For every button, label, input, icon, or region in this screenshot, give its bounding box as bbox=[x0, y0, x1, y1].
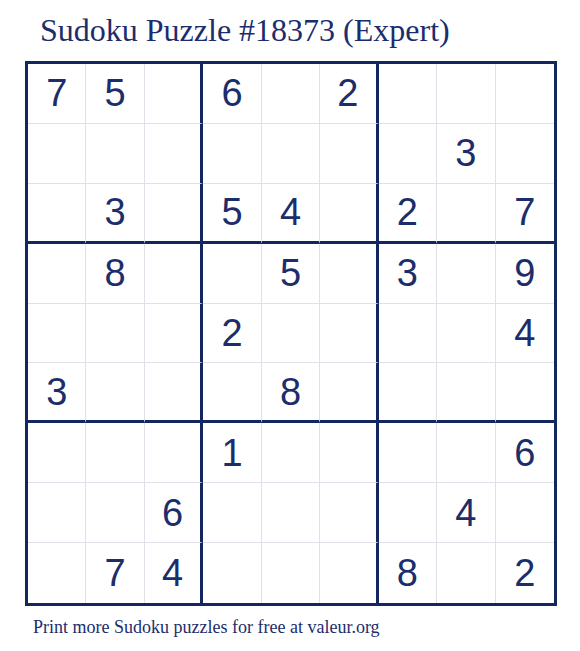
cell-r5c3[interactable] bbox=[145, 304, 203, 364]
cell-r6c7[interactable] bbox=[379, 363, 437, 423]
cell-r5c8[interactable] bbox=[437, 304, 495, 364]
cell-r9c7[interactable]: 8 bbox=[379, 543, 437, 603]
cell-r3c7[interactable]: 2 bbox=[379, 184, 437, 244]
cell-r5c4[interactable]: 2 bbox=[203, 304, 261, 364]
cell-r3c8[interactable] bbox=[437, 184, 495, 244]
cell-r4c1[interactable] bbox=[28, 244, 86, 304]
cell-r3c2[interactable]: 3 bbox=[86, 184, 144, 244]
cell-r5c6[interactable] bbox=[320, 304, 378, 364]
cell-r1c7[interactable] bbox=[379, 64, 437, 124]
cell-r2c4[interactable] bbox=[203, 124, 261, 184]
cell-r8c5[interactable] bbox=[262, 483, 320, 543]
cell-r4c9[interactable]: 9 bbox=[496, 244, 554, 304]
cell-r9c3[interactable]: 4 bbox=[145, 543, 203, 603]
cell-r2c5[interactable] bbox=[262, 124, 320, 184]
cell-r2c7[interactable] bbox=[379, 124, 437, 184]
cell-r6c6[interactable] bbox=[320, 363, 378, 423]
cell-r8c2[interactable] bbox=[86, 483, 144, 543]
cell-r1c6[interactable]: 2 bbox=[320, 64, 378, 124]
cell-r2c1[interactable] bbox=[28, 124, 86, 184]
cell-r5c7[interactable] bbox=[379, 304, 437, 364]
cell-r8c4[interactable] bbox=[203, 483, 261, 543]
cell-r4c6[interactable] bbox=[320, 244, 378, 304]
cell-r6c3[interactable] bbox=[145, 363, 203, 423]
cell-r5c2[interactable] bbox=[86, 304, 144, 364]
cell-r9c4[interactable] bbox=[203, 543, 261, 603]
cell-r1c4[interactable]: 6 bbox=[203, 64, 261, 124]
cell-r1c5[interactable] bbox=[262, 64, 320, 124]
cell-r6c9[interactable] bbox=[496, 363, 554, 423]
cell-r6c4[interactable] bbox=[203, 363, 261, 423]
cell-r1c9[interactable] bbox=[496, 64, 554, 124]
cell-r4c7[interactable]: 3 bbox=[379, 244, 437, 304]
sudoku-board: 75623354278539243816647482 bbox=[25, 61, 557, 606]
cell-r4c3[interactable] bbox=[145, 244, 203, 304]
cell-r7c7[interactable] bbox=[379, 423, 437, 483]
cell-r5c9[interactable]: 4 bbox=[496, 304, 554, 364]
cell-r9c5[interactable] bbox=[262, 543, 320, 603]
cell-r5c1[interactable] bbox=[28, 304, 86, 364]
cell-r2c8[interactable]: 3 bbox=[437, 124, 495, 184]
cell-r7c6[interactable] bbox=[320, 423, 378, 483]
cell-r7c1[interactable] bbox=[28, 423, 86, 483]
cell-r7c2[interactable] bbox=[86, 423, 144, 483]
cell-r7c9[interactable]: 6 bbox=[496, 423, 554, 483]
cell-r1c3[interactable] bbox=[145, 64, 203, 124]
cell-r7c3[interactable] bbox=[145, 423, 203, 483]
cell-r9c1[interactable] bbox=[28, 543, 86, 603]
cell-r1c2[interactable]: 5 bbox=[86, 64, 144, 124]
cell-r8c6[interactable] bbox=[320, 483, 378, 543]
cell-r9c6[interactable] bbox=[320, 543, 378, 603]
cell-r3c3[interactable] bbox=[145, 184, 203, 244]
cell-r6c5[interactable]: 8 bbox=[262, 363, 320, 423]
cell-r3c5[interactable]: 4 bbox=[262, 184, 320, 244]
cell-r9c9[interactable]: 2 bbox=[496, 543, 554, 603]
cell-r2c6[interactable] bbox=[320, 124, 378, 184]
cell-r7c4[interactable]: 1 bbox=[203, 423, 261, 483]
cell-r1c8[interactable] bbox=[437, 64, 495, 124]
cell-r3c6[interactable] bbox=[320, 184, 378, 244]
cell-r3c4[interactable]: 5 bbox=[203, 184, 261, 244]
cell-r4c4[interactable] bbox=[203, 244, 261, 304]
cell-r8c8[interactable]: 4 bbox=[437, 483, 495, 543]
cell-r8c1[interactable] bbox=[28, 483, 86, 543]
cell-r9c8[interactable] bbox=[437, 543, 495, 603]
cell-r6c1[interactable]: 3 bbox=[28, 363, 86, 423]
page: Sudoku Puzzle #18373 (Expert) 7562335427… bbox=[0, 0, 580, 651]
cell-r1c1[interactable]: 7 bbox=[28, 64, 86, 124]
cell-r8c9[interactable] bbox=[496, 483, 554, 543]
cell-r5c5[interactable] bbox=[262, 304, 320, 364]
cell-r4c5[interactable]: 5 bbox=[262, 244, 320, 304]
cell-r3c9[interactable]: 7 bbox=[496, 184, 554, 244]
cell-r4c2[interactable]: 8 bbox=[86, 244, 144, 304]
cell-r6c8[interactable] bbox=[437, 363, 495, 423]
cell-r2c3[interactable] bbox=[145, 124, 203, 184]
cell-r8c3[interactable]: 6 bbox=[145, 483, 203, 543]
cell-r2c9[interactable] bbox=[496, 124, 554, 184]
cell-r4c8[interactable] bbox=[437, 244, 495, 304]
cell-r3c1[interactable] bbox=[28, 184, 86, 244]
cell-r6c2[interactable] bbox=[86, 363, 144, 423]
cell-r9c2[interactable]: 7 bbox=[86, 543, 144, 603]
cell-r8c7[interactable] bbox=[379, 483, 437, 543]
footer-note: Print more Sudoku puzzles for free at va… bbox=[33, 617, 380, 638]
cell-r7c8[interactable] bbox=[437, 423, 495, 483]
cell-r7c5[interactable] bbox=[262, 423, 320, 483]
cell-r2c2[interactable] bbox=[86, 124, 144, 184]
puzzle-title: Sudoku Puzzle #18373 (Expert) bbox=[40, 12, 450, 49]
